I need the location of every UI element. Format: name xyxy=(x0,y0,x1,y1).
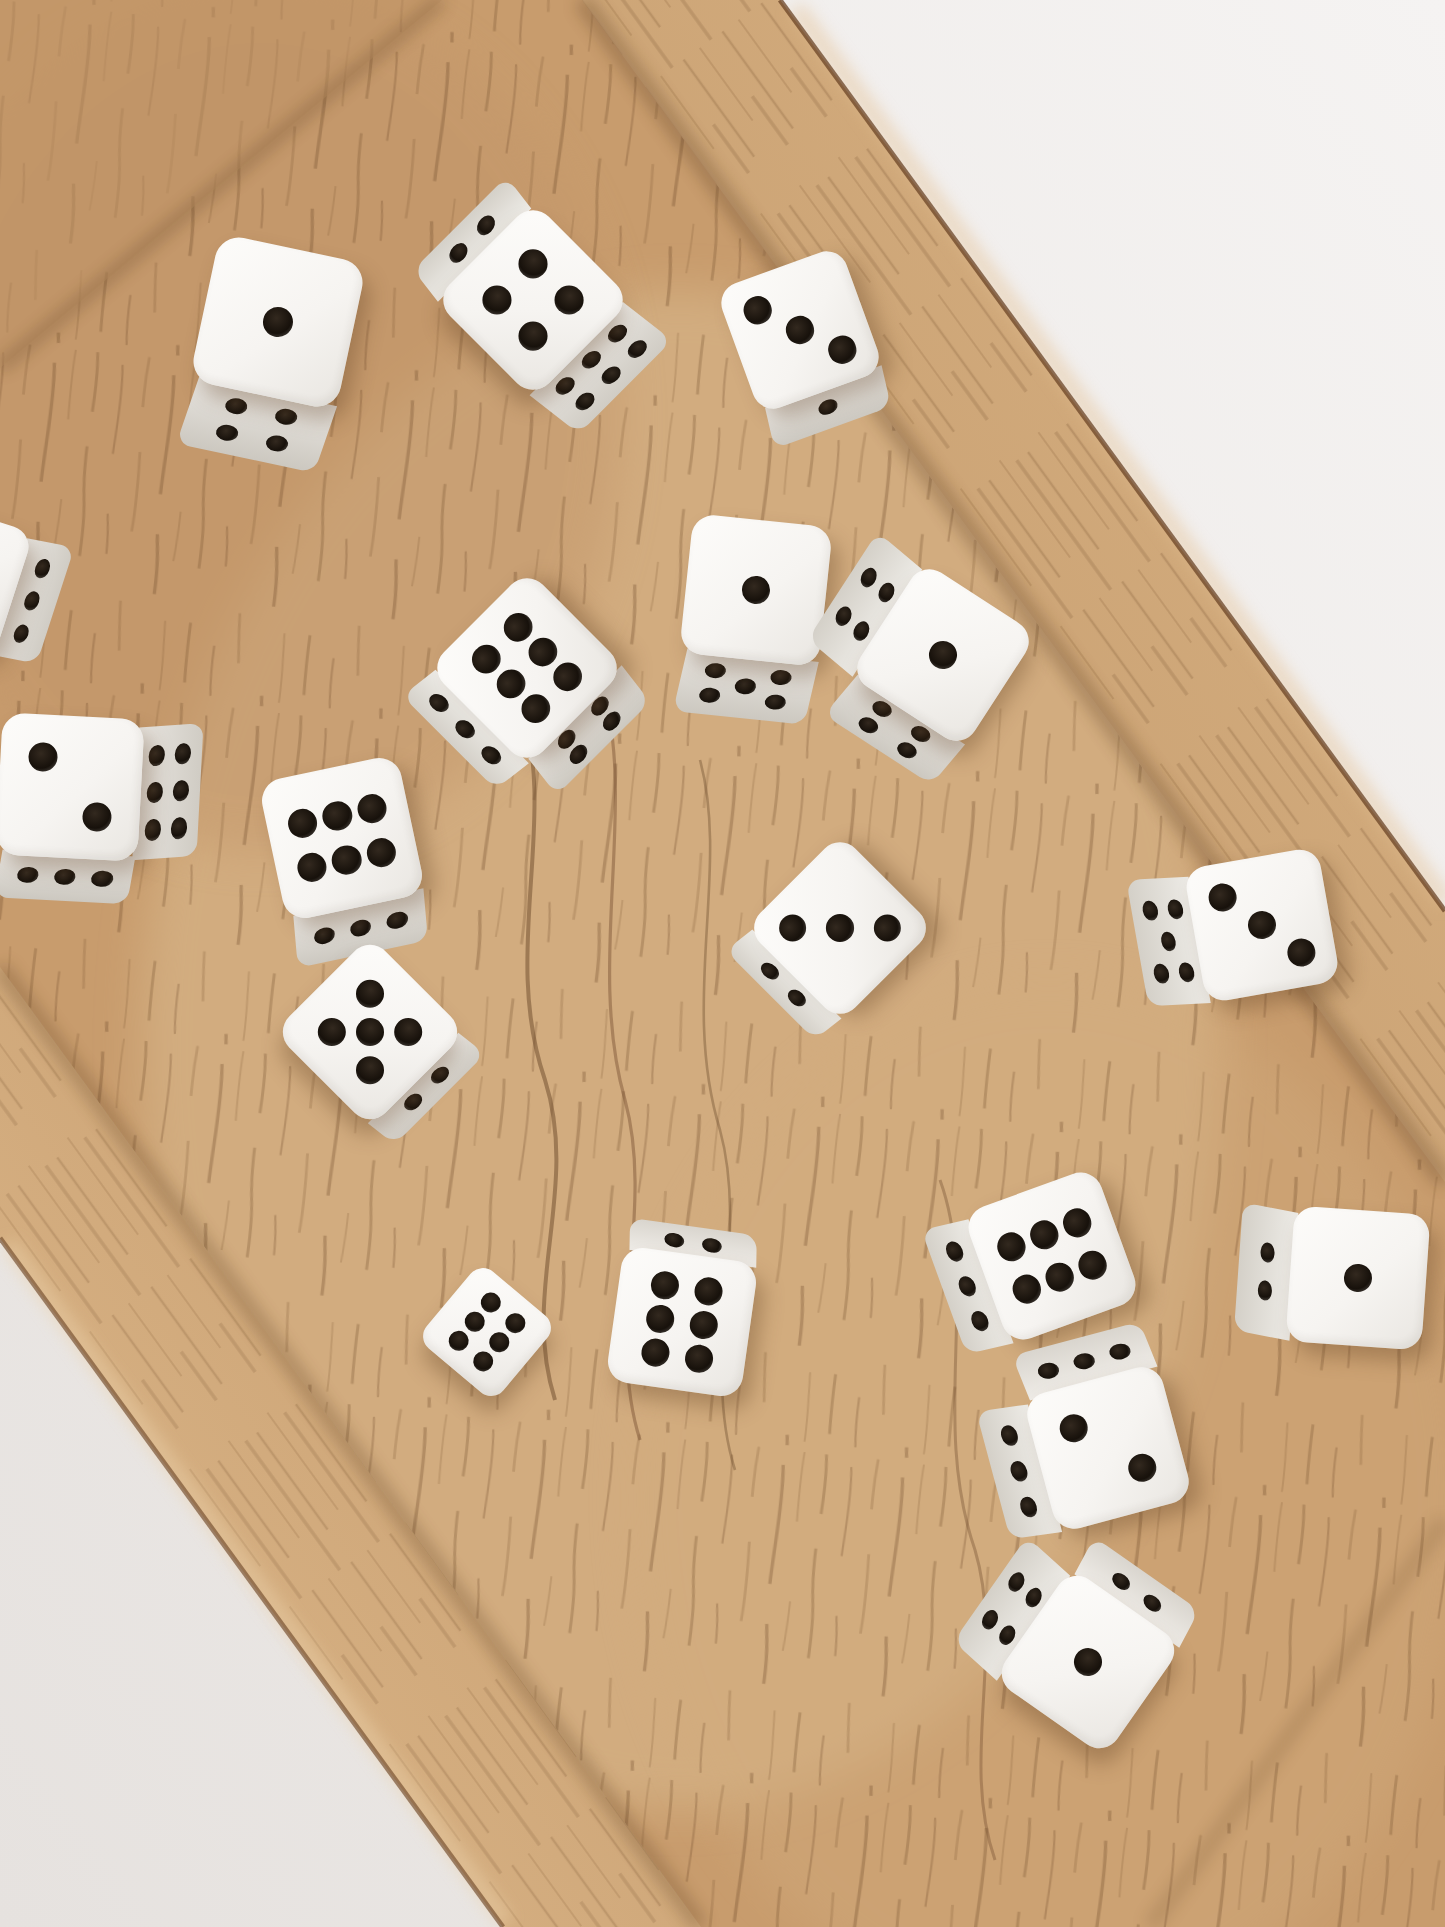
die-2-top-4 xyxy=(434,201,632,399)
pip xyxy=(474,212,498,239)
pip xyxy=(683,1343,714,1374)
pip xyxy=(944,1241,966,1264)
pip xyxy=(1259,1241,1275,1264)
pip xyxy=(355,791,390,826)
pip xyxy=(623,337,650,361)
pip xyxy=(702,1236,722,1254)
pip xyxy=(996,1622,1019,1649)
die-5-top-6 xyxy=(428,569,626,767)
pip xyxy=(28,742,59,773)
pip xyxy=(763,694,787,711)
pip xyxy=(1246,909,1278,941)
die-11-top-3 xyxy=(1183,846,1341,1004)
pip xyxy=(1041,1259,1078,1296)
pip xyxy=(547,657,588,698)
pip xyxy=(213,422,240,442)
die-6-top-1 xyxy=(849,561,1037,749)
pip xyxy=(387,910,409,930)
pip xyxy=(1141,900,1160,921)
pip xyxy=(12,623,32,644)
die-8-top-6 xyxy=(258,754,426,922)
die-9-top-5 xyxy=(274,936,466,1128)
pip xyxy=(868,909,907,948)
pip xyxy=(145,819,162,841)
pip xyxy=(364,836,399,871)
pip xyxy=(170,817,187,839)
pip xyxy=(875,579,898,606)
pip xyxy=(894,739,921,762)
pip xyxy=(832,603,855,630)
pip xyxy=(578,348,605,372)
pip xyxy=(285,806,320,841)
pip xyxy=(850,618,873,645)
pip xyxy=(320,799,355,834)
pip xyxy=(597,363,624,387)
pip xyxy=(329,843,364,878)
pip xyxy=(222,396,249,416)
pip xyxy=(1177,962,1196,983)
pip xyxy=(1005,1569,1028,1596)
pip xyxy=(552,374,579,398)
die-face-top xyxy=(258,754,426,922)
pip xyxy=(1008,1271,1045,1308)
pip xyxy=(1141,1591,1165,1616)
pip xyxy=(53,869,77,886)
pip xyxy=(312,1012,351,1051)
pip xyxy=(664,1231,684,1249)
pip xyxy=(513,244,554,285)
pip xyxy=(469,1347,498,1376)
pip xyxy=(1056,1411,1091,1446)
pip xyxy=(444,1326,473,1355)
pip xyxy=(924,636,963,675)
pip xyxy=(817,397,839,418)
pip xyxy=(149,745,166,767)
pip xyxy=(350,974,389,1013)
die-face-top xyxy=(189,233,367,411)
die-3-top-3 xyxy=(715,245,884,414)
pip xyxy=(1285,936,1317,968)
pip xyxy=(548,280,589,321)
pip xyxy=(350,1051,389,1090)
pip xyxy=(740,293,775,328)
pip xyxy=(649,1270,680,1301)
die-face-top xyxy=(1285,1205,1430,1350)
pip xyxy=(1166,899,1185,920)
pip xyxy=(1074,1247,1111,1284)
pip xyxy=(16,867,40,884)
pip xyxy=(446,240,470,267)
pip xyxy=(740,574,772,606)
pip xyxy=(1022,1584,1045,1611)
pip xyxy=(1152,963,1171,984)
pip xyxy=(1009,1461,1030,1483)
pip xyxy=(295,850,330,885)
pip xyxy=(478,743,505,767)
pip xyxy=(1125,1450,1160,1485)
pip xyxy=(172,780,189,802)
pip xyxy=(769,669,793,686)
die-7-top-2 xyxy=(0,712,145,861)
pip xyxy=(821,909,860,948)
die-face-top xyxy=(1183,846,1341,1004)
pip xyxy=(645,1303,676,1334)
pip xyxy=(1018,1496,1039,1518)
die-face-top xyxy=(679,513,833,667)
pip xyxy=(91,871,115,888)
die-1-top-1 xyxy=(189,233,367,411)
pip xyxy=(704,662,728,679)
die-face-top xyxy=(417,1262,558,1403)
pip xyxy=(1069,1643,1108,1682)
pip xyxy=(1343,1263,1373,1293)
pip xyxy=(571,389,598,413)
pip xyxy=(1072,1351,1098,1371)
dice-layer xyxy=(0,0,1445,1927)
pip xyxy=(1107,1342,1133,1362)
pip xyxy=(783,313,818,348)
pip xyxy=(389,1012,428,1051)
pip xyxy=(784,986,810,1009)
pip xyxy=(1026,1217,1063,1254)
pip xyxy=(999,1425,1020,1447)
pip xyxy=(604,322,631,346)
pip xyxy=(1109,1569,1133,1594)
die-12-top-6 xyxy=(605,1245,759,1399)
pip xyxy=(350,1012,389,1051)
pip xyxy=(313,926,335,946)
die-18-top-1 xyxy=(0,493,34,657)
pip xyxy=(260,304,296,340)
pip xyxy=(855,714,882,737)
pip xyxy=(22,590,42,611)
pip xyxy=(513,315,554,356)
pip xyxy=(174,743,191,765)
pip xyxy=(640,1337,671,1368)
pip xyxy=(825,332,860,367)
pip xyxy=(688,1309,719,1340)
pip xyxy=(263,433,290,453)
pip xyxy=(698,687,722,704)
pip xyxy=(1159,931,1178,952)
pip xyxy=(516,688,557,729)
pip xyxy=(1257,1279,1273,1302)
dice-tray-scene xyxy=(0,0,1445,1927)
die-face-top xyxy=(0,712,145,861)
die-16-top-1 xyxy=(993,1567,1182,1756)
pip xyxy=(1059,1205,1096,1242)
pip xyxy=(857,564,880,591)
pip xyxy=(978,1606,1001,1633)
die-13-top-6 xyxy=(962,1166,1141,1345)
pip xyxy=(147,782,164,804)
pip xyxy=(272,406,299,426)
pip xyxy=(426,691,453,715)
pip xyxy=(993,1229,1030,1266)
die-17-top-6 xyxy=(417,1262,558,1403)
pip xyxy=(477,280,518,321)
pip xyxy=(33,558,53,579)
die-face-top xyxy=(605,1245,759,1399)
pip xyxy=(1206,881,1238,913)
die-10-top-3 xyxy=(745,833,935,1023)
die-14-top-1 xyxy=(1285,1205,1430,1350)
pip xyxy=(757,960,783,983)
pip xyxy=(1036,1361,1062,1381)
pip xyxy=(773,909,812,948)
die-15-top-2 xyxy=(1022,1362,1193,1533)
pip xyxy=(956,1275,978,1298)
pip xyxy=(734,678,758,695)
pip xyxy=(693,1276,724,1307)
pip xyxy=(82,802,113,833)
pip xyxy=(969,1310,991,1333)
pip xyxy=(452,717,479,741)
die-4-top-1 xyxy=(679,513,833,667)
